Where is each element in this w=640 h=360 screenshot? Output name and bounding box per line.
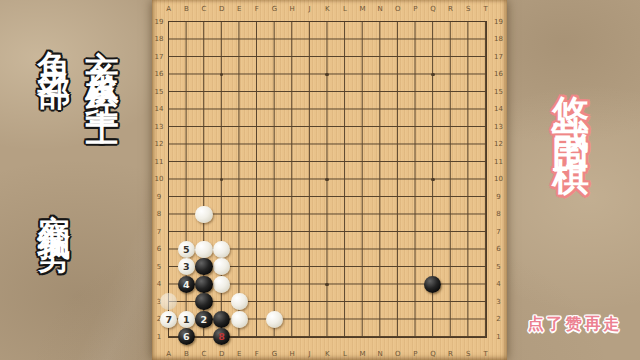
- coordinate-label: C: [202, 6, 207, 13]
- coordinate-label: G: [272, 351, 277, 358]
- caption-book-title: 玄玄棋经二十二: [86, 24, 119, 108]
- coordinate-label: 7: [496, 228, 500, 235]
- coordinate-label: E: [237, 6, 241, 13]
- coordinate-label: H: [289, 351, 294, 358]
- coordinate-label: F: [255, 6, 259, 13]
- coordinate-label: M: [359, 6, 365, 13]
- coordinate-label: K: [325, 6, 330, 13]
- move-number: 4: [183, 280, 190, 290]
- coordinate-label: F: [255, 351, 259, 358]
- coordinate-label: T: [484, 6, 488, 13]
- coordinate-label: O: [395, 6, 401, 13]
- move-number: 3: [183, 262, 190, 272]
- stones-layer[interactable]: 53714268: [160, 13, 495, 346]
- coordinate-label: 4: [496, 281, 500, 288]
- coordinate-label: 18: [494, 36, 503, 43]
- coordinate-label: 9: [496, 193, 500, 200]
- coordinate-label: 3: [496, 298, 500, 305]
- caption-section-title-top: 角之部: [38, 24, 71, 60]
- star-point: [220, 178, 224, 182]
- coordinate-label: 14: [494, 106, 503, 113]
- coordinate-label: 15: [494, 88, 503, 95]
- coordinate-label: 17: [494, 53, 503, 60]
- black-stone-b1[interactable]: 6: [178, 328, 195, 345]
- white-stone-d6[interactable]: [213, 241, 230, 258]
- coordinate-label: 12: [494, 141, 503, 148]
- video-frame: 角之部 察细势 玄玄棋经二十二 AABBCCDDEEFFGGHHJJKKLLMM…: [0, 0, 640, 360]
- move-number: 8: [218, 332, 225, 342]
- black-stone-d1[interactable]: 8: [213, 328, 230, 345]
- white-stone-g2[interactable]: [266, 311, 283, 328]
- go-board[interactable]: AABBCCDDEEFFGGHHJJKKLLMMNNOOPPQQRRSSTT19…: [152, 0, 507, 360]
- star-point: [325, 73, 329, 77]
- move-number: 5: [183, 245, 190, 255]
- star-point: [325, 283, 329, 287]
- white-stone-c6[interactable]: [195, 241, 212, 258]
- coordinate-label: H: [289, 6, 294, 13]
- coordinate-label: S: [466, 351, 470, 358]
- coordinate-label: M: [359, 351, 365, 358]
- coordinate-label: O: [395, 351, 401, 358]
- black-stone-c3[interactable]: [195, 293, 212, 310]
- move-number: 7: [165, 315, 172, 325]
- star-point: [220, 73, 224, 77]
- white-stone-a2[interactable]: 7: [160, 311, 177, 328]
- move-number: 6: [183, 332, 190, 342]
- coordinate-label: B: [184, 6, 189, 13]
- black-stone-c5[interactable]: [195, 258, 212, 275]
- black-stone-q4[interactable]: [424, 276, 441, 293]
- coordinate-label: 10: [494, 176, 503, 183]
- coordinate-label: D: [219, 351, 224, 358]
- channel-title: 悠哉围棋: [552, 66, 589, 150]
- coordinate-label: L: [343, 6, 347, 13]
- coordinate-label: 8: [496, 211, 500, 218]
- white-stone-d4[interactable]: [213, 276, 230, 293]
- coordinate-label: T: [484, 351, 488, 358]
- coordinate-label: P: [413, 6, 417, 13]
- coordinate-label: 5: [496, 263, 500, 270]
- black-stone-c2[interactable]: 2: [195, 311, 212, 328]
- white-stone-b6[interactable]: 5: [178, 241, 195, 258]
- black-stone-d2[interactable]: [213, 311, 230, 328]
- star-point: [431, 73, 435, 77]
- coordinate-label: 13: [494, 123, 503, 130]
- coordinate-label: R: [448, 351, 453, 358]
- coordinate-label: N: [377, 351, 382, 358]
- white-stone-b2[interactable]: 1: [178, 311, 195, 328]
- like-prompt: 点了赞再走: [512, 314, 638, 335]
- white-stone-e3[interactable]: [231, 293, 248, 310]
- star-point: [431, 178, 435, 182]
- coordinate-label: D: [219, 6, 224, 13]
- coordinate-label: 11: [494, 158, 503, 165]
- coordinate-label: 1: [496, 333, 500, 340]
- black-stone-b4[interactable]: 4: [178, 276, 195, 293]
- white-stone-e2[interactable]: [231, 311, 248, 328]
- coordinate-label: P: [413, 351, 417, 358]
- coordinate-label: G: [272, 6, 277, 13]
- move-number: 1: [183, 315, 190, 325]
- white-stone-c8[interactable]: [195, 206, 212, 223]
- coordinate-label: R: [448, 6, 453, 13]
- coordinate-label: J: [309, 351, 311, 358]
- coordinate-label: N: [377, 6, 382, 13]
- coordinate-label: K: [325, 351, 330, 358]
- star-point: [325, 178, 329, 182]
- white-stone-b5[interactable]: 3: [178, 258, 195, 275]
- coordinate-label: 6: [496, 246, 500, 253]
- caption-section-title-bottom: 察细势: [38, 188, 71, 224]
- coordinate-label: 16: [494, 71, 503, 78]
- coordinate-label: 2: [496, 316, 500, 323]
- coordinate-label: 19: [494, 18, 503, 25]
- coordinate-label: A: [166, 6, 171, 13]
- coordinate-label: E: [237, 351, 241, 358]
- coordinate-label: Q: [430, 351, 436, 358]
- coordinate-label: A: [166, 351, 171, 358]
- coordinate-label: L: [343, 351, 347, 358]
- black-stone-c4[interactable]: [195, 276, 212, 293]
- coordinate-label: C: [202, 351, 207, 358]
- move-number: 2: [201, 315, 208, 325]
- coordinate-label: B: [184, 351, 189, 358]
- ghost-white-stone-a3[interactable]: [160, 293, 177, 310]
- coordinate-label: Q: [430, 6, 436, 13]
- white-stone-d5[interactable]: [213, 258, 230, 275]
- coordinate-label: J: [309, 6, 311, 13]
- coordinate-label: S: [466, 6, 470, 13]
